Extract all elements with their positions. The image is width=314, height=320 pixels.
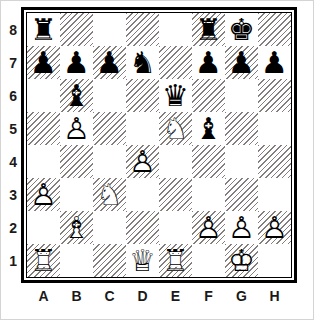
square-e2[interactable]: [159, 211, 192, 244]
square-d2[interactable]: [126, 211, 159, 244]
square-c6[interactable]: [93, 79, 126, 112]
rank-labels: 87654321: [4, 7, 19, 283]
black-rook-icon: ♜: [192, 13, 225, 46]
file-label-e: E: [159, 288, 192, 307]
black-bishop-icon: ♝: [192, 112, 225, 145]
square-e8[interactable]: [159, 13, 192, 46]
square-g1[interactable]: ♚♔: [225, 244, 258, 277]
square-a3[interactable]: ♟♙: [27, 178, 60, 211]
square-h6[interactable]: [258, 79, 291, 112]
square-d6[interactable]: [126, 79, 159, 112]
square-c3[interactable]: ♞♘: [93, 178, 126, 211]
square-h4[interactable]: [258, 145, 291, 178]
square-f3[interactable]: [192, 178, 225, 211]
square-d7[interactable]: ♞: [126, 46, 159, 79]
square-d4[interactable]: ♟♙: [126, 145, 159, 178]
square-a5[interactable]: [27, 112, 60, 145]
square-c7[interactable]: ♟: [93, 46, 126, 79]
black-pawn-icon: ♟: [60, 46, 93, 79]
square-f4[interactable]: [192, 145, 225, 178]
rank-label-3: 3: [4, 178, 19, 211]
square-c8[interactable]: [93, 13, 126, 46]
square-g2[interactable]: ♟♙: [225, 211, 258, 244]
square-b1[interactable]: [60, 244, 93, 277]
square-c1[interactable]: [93, 244, 126, 277]
square-h3[interactable]: [258, 178, 291, 211]
square-b2[interactable]: ♝♗: [60, 211, 93, 244]
square-d3[interactable]: [126, 178, 159, 211]
rank-label-8: 8: [4, 13, 19, 46]
file-label-a: A: [27, 288, 60, 307]
file-label-h: H: [258, 288, 291, 307]
square-g8[interactable]: ♚: [225, 13, 258, 46]
square-a2[interactable]: [27, 211, 60, 244]
square-b4[interactable]: [60, 145, 93, 178]
square-e3[interactable]: [159, 178, 192, 211]
white-pawn-icon: ♟♙: [126, 145, 159, 178]
file-label-g: G: [225, 288, 258, 307]
square-a6[interactable]: [27, 79, 60, 112]
rank-label-6: 6: [4, 79, 19, 112]
white-bishop-icon: ♝♗: [60, 211, 93, 244]
rank-label-4: 4: [4, 145, 19, 178]
white-pawn-icon: ♟♙: [60, 112, 93, 145]
chess-board: ♜♜♚♟♟♟♞♟♟♟♝♛♟♙♞♘♝♟♙♟♙♞♘♝♗♟♙♟♙♟♙♜♖♛♕♜♖♚♔: [26, 12, 292, 278]
square-g5[interactable]: [225, 112, 258, 145]
white-pawn-icon: ♟♙: [258, 211, 291, 244]
file-label-d: D: [126, 288, 159, 307]
square-h2[interactable]: ♟♙: [258, 211, 291, 244]
white-queen-icon: ♛♕: [126, 244, 159, 277]
white-king-icon: ♚♔: [225, 244, 258, 277]
square-f2[interactable]: ♟♙: [192, 211, 225, 244]
white-rook-icon: ♜♖: [27, 244, 60, 277]
black-pawn-icon: ♟: [258, 46, 291, 79]
square-b5[interactable]: ♟♙: [60, 112, 93, 145]
square-d8[interactable]: [126, 13, 159, 46]
chess-diagram: 87654321 ♜♜♚♟♟♟♞♟♟♟♝♛♟♙♞♘♝♟♙♟♙♞♘♝♗♟♙♟♙♟♙…: [4, 7, 297, 307]
square-e4[interactable]: [159, 145, 192, 178]
white-pawn-icon: ♟♙: [192, 211, 225, 244]
square-a8[interactable]: ♜: [27, 13, 60, 46]
square-f8[interactable]: ♜: [192, 13, 225, 46]
black-pawn-icon: ♟: [93, 46, 126, 79]
file-label-b: B: [60, 288, 93, 307]
black-rook-icon: ♜: [27, 13, 60, 46]
rank-label-2: 2: [4, 211, 19, 244]
rank-label-5: 5: [4, 112, 19, 145]
square-f1[interactable]: [192, 244, 225, 277]
white-knight-icon: ♞♘: [159, 112, 192, 145]
file-labels: ABCDEFGH: [21, 288, 297, 307]
square-a1[interactable]: ♜♖: [27, 244, 60, 277]
square-b8[interactable]: [60, 13, 93, 46]
square-b3[interactable]: [60, 178, 93, 211]
square-c4[interactable]: [93, 145, 126, 178]
square-b6[interactable]: ♝: [60, 79, 93, 112]
black-pawn-icon: ♟: [192, 46, 225, 79]
black-pawn-icon: ♟: [27, 46, 60, 79]
square-c5[interactable]: [93, 112, 126, 145]
black-pawn-icon: ♟: [225, 46, 258, 79]
square-h1[interactable]: [258, 244, 291, 277]
chess-diagram-image: 87654321 ♜♜♚♟♟♟♞♟♟♟♝♛♟♙♞♘♝♟♙♟♙♞♘♝♗♟♙♟♙♟♙…: [0, 0, 314, 320]
square-h5[interactable]: [258, 112, 291, 145]
square-f6[interactable]: [192, 79, 225, 112]
square-f5[interactable]: ♝: [192, 112, 225, 145]
white-rook-icon: ♜♖: [159, 244, 192, 277]
square-e1[interactable]: ♜♖: [159, 244, 192, 277]
square-a4[interactable]: [27, 145, 60, 178]
square-e6[interactable]: ♛: [159, 79, 192, 112]
black-queen-icon: ♛: [159, 79, 192, 112]
square-a7[interactable]: ♟: [27, 46, 60, 79]
file-label-c: C: [93, 288, 126, 307]
square-g4[interactable]: [225, 145, 258, 178]
board-frame: ♜♜♚♟♟♟♞♟♟♟♝♛♟♙♞♘♝♟♙♟♙♞♘♝♗♟♙♟♙♟♙♜♖♛♕♜♖♚♔: [21, 7, 297, 283]
square-g7[interactable]: ♟: [225, 46, 258, 79]
square-g6[interactable]: [225, 79, 258, 112]
square-g3[interactable]: [225, 178, 258, 211]
rank-label-7: 7: [4, 46, 19, 79]
square-e7[interactable]: [159, 46, 192, 79]
file-label-f: F: [192, 288, 225, 307]
white-pawn-icon: ♟♙: [27, 178, 60, 211]
square-h7[interactable]: ♟: [258, 46, 291, 79]
white-pawn-icon: ♟♙: [225, 211, 258, 244]
square-d5[interactable]: [126, 112, 159, 145]
rank-label-1: 1: [4, 244, 19, 277]
square-e5[interactable]: ♞♘: [159, 112, 192, 145]
black-bishop-icon: ♝: [60, 79, 93, 112]
black-king-icon: ♚: [225, 13, 258, 46]
square-h8[interactable]: [258, 13, 291, 46]
square-f7[interactable]: ♟: [192, 46, 225, 79]
black-knight-icon: ♞: [126, 46, 159, 79]
square-d1[interactable]: ♛♕: [126, 244, 159, 277]
white-knight-icon: ♞♘: [93, 178, 126, 211]
square-b7[interactable]: ♟: [60, 46, 93, 79]
square-c2[interactable]: [93, 211, 126, 244]
